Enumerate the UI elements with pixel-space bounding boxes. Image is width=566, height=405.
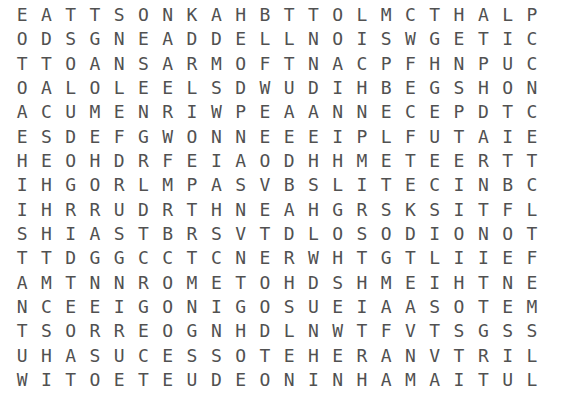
grid-cell[interactable]: A [34, 76, 58, 100]
grid-cell[interactable]: O [156, 295, 180, 319]
grid-cell[interactable]: E [180, 149, 204, 173]
grid-cell[interactable]: G [423, 76, 447, 100]
grid-cell[interactable]: E [131, 76, 155, 100]
grid-cell[interactable]: M [204, 52, 228, 76]
grid-cell[interactable]: N [301, 52, 325, 76]
grid-cell[interactable]: A [471, 3, 495, 27]
grid-cell[interactable]: T [374, 173, 398, 197]
grid-cell[interactable]: I [10, 198, 34, 222]
grid-cell[interactable]: G [107, 246, 131, 270]
grid-cell[interactable]: E [374, 149, 398, 173]
grid-cell[interactable]: I [326, 125, 350, 149]
grid-cell[interactable]: A [301, 100, 325, 124]
grid-cell[interactable]: C [34, 295, 58, 319]
grid-cell[interactable]: D [107, 149, 131, 173]
grid-cell[interactable]: D [398, 222, 422, 246]
grid-cell[interactable]: D [204, 27, 228, 51]
grid-cell[interactable]: D [131, 198, 155, 222]
grid-cell[interactable]: I [350, 173, 374, 197]
grid-cell[interactable]: R [350, 198, 374, 222]
grid-cell[interactable]: N [180, 295, 204, 319]
grid-cell[interactable]: I [107, 295, 131, 319]
grid-cell[interactable]: D [277, 222, 301, 246]
grid-cell[interactable]: H [447, 3, 471, 27]
grid-cell[interactable]: R [59, 198, 83, 222]
grid-cell[interactable]: W [204, 100, 228, 124]
grid-cell[interactable]: L [59, 76, 83, 100]
grid-cell[interactable]: K [398, 198, 422, 222]
grid-cell[interactable]: O [83, 368, 107, 392]
grid-cell[interactable]: S [423, 198, 447, 222]
grid-cell[interactable]: A [83, 52, 107, 76]
grid-cell[interactable]: I [10, 173, 34, 197]
grid-cell[interactable]: N [107, 270, 131, 294]
grid-cell[interactable]: T [423, 319, 447, 343]
grid-cell[interactable]: E [83, 125, 107, 149]
grid-cell[interactable]: E [107, 368, 131, 392]
grid-cell[interactable]: R [131, 270, 155, 294]
grid-cell[interactable]: T [253, 343, 277, 367]
grid-cell[interactable]: E [495, 246, 519, 270]
grid-cell[interactable]: A [228, 149, 252, 173]
grid-cell[interactable]: A [423, 368, 447, 392]
grid-cell[interactable]: K [180, 3, 204, 27]
grid-cell[interactable]: R [180, 222, 204, 246]
grid-cell[interactable]: S [204, 222, 228, 246]
grid-cell[interactable]: B [374, 76, 398, 100]
grid-cell[interactable]: P [471, 52, 495, 76]
grid-cell[interactable]: L [107, 76, 131, 100]
grid-cell[interactable]: S [34, 319, 58, 343]
grid-cell[interactable]: W [326, 319, 350, 343]
grid-cell[interactable]: H [228, 319, 252, 343]
grid-cell[interactable]: F [374, 319, 398, 343]
grid-cell[interactable]: T [180, 246, 204, 270]
grid-cell[interactable]: R [107, 173, 131, 197]
grid-cell[interactable]: E [520, 125, 544, 149]
grid-cell[interactable]: U [495, 368, 519, 392]
grid-cell[interactable]: R [471, 343, 495, 367]
grid-cell[interactable]: H [34, 222, 58, 246]
grid-cell[interactable]: C [398, 3, 422, 27]
grid-cell[interactable]: E [520, 270, 544, 294]
grid-cell[interactable]: L [301, 222, 325, 246]
grid-cell[interactable]: N [301, 27, 325, 51]
grid-cell[interactable]: U [495, 52, 519, 76]
grid-cell[interactable]: O [253, 295, 277, 319]
grid-cell[interactable]: L [277, 319, 301, 343]
grid-cell[interactable]: R [471, 149, 495, 173]
grid-cell[interactable]: S [277, 295, 301, 319]
grid-cell[interactable]: R [350, 343, 374, 367]
grid-cell[interactable]: C [398, 100, 422, 124]
grid-cell[interactable]: E [253, 198, 277, 222]
grid-cell[interactable]: G [374, 246, 398, 270]
grid-cell[interactable]: T [471, 198, 495, 222]
grid-cell[interactable]: I [423, 270, 447, 294]
grid-cell[interactable]: S [107, 222, 131, 246]
grid-cell[interactable]: E [253, 100, 277, 124]
grid-cell[interactable]: N [350, 100, 374, 124]
grid-cell[interactable]: R [156, 100, 180, 124]
grid-cell[interactable]: R [131, 149, 155, 173]
grid-cell[interactable]: U [107, 198, 131, 222]
grid-cell[interactable]: W [156, 125, 180, 149]
grid-cell[interactable]: R [83, 319, 107, 343]
grid-cell[interactable]: A [204, 173, 228, 197]
grid-cell[interactable]: C [131, 343, 155, 367]
grid-cell[interactable]: S [374, 27, 398, 51]
grid-cell[interactable]: A [374, 368, 398, 392]
grid-cell[interactable]: O [59, 319, 83, 343]
grid-cell[interactable]: A [34, 3, 58, 27]
grid-cell[interactable]: I [447, 368, 471, 392]
grid-cell[interactable]: N [10, 295, 34, 319]
grid-cell[interactable]: F [107, 125, 131, 149]
grid-cell[interactable]: G [326, 198, 350, 222]
grid-cell[interactable]: H [350, 270, 374, 294]
grid-cell[interactable]: M [520, 295, 544, 319]
grid-cell[interactable]: E [277, 125, 301, 149]
grid-cell[interactable]: H [34, 198, 58, 222]
grid-cell[interactable]: O [447, 222, 471, 246]
grid-cell[interactable]: V [253, 173, 277, 197]
grid-cell[interactable]: E [374, 100, 398, 124]
grid-cell[interactable]: A [374, 343, 398, 367]
grid-cell[interactable]: H [301, 198, 325, 222]
grid-cell[interactable]: E [131, 319, 155, 343]
grid-cell[interactable]: I [180, 100, 204, 124]
grid-cell[interactable]: U [107, 343, 131, 367]
grid-cell[interactable]: S [228, 173, 252, 197]
grid-cell[interactable]: O [253, 149, 277, 173]
grid-cell[interactable]: M [83, 100, 107, 124]
grid-cell[interactable]: L [350, 3, 374, 27]
grid-cell[interactable]: V [398, 319, 422, 343]
grid-cell[interactable]: E [301, 125, 325, 149]
grid-cell[interactable]: S [204, 343, 228, 367]
grid-cell[interactable]: S [131, 52, 155, 76]
grid-cell[interactable]: O [156, 270, 180, 294]
grid-cell[interactable]: A [277, 198, 301, 222]
grid-cell[interactable]: A [59, 343, 83, 367]
grid-cell[interactable]: T [398, 246, 422, 270]
grid-cell[interactable]: N [204, 125, 228, 149]
grid-cell[interactable]: T [520, 149, 544, 173]
grid-cell[interactable]: D [301, 76, 325, 100]
grid-cell[interactable]: O [228, 343, 252, 367]
grid-cell[interactable]: C [350, 52, 374, 76]
grid-cell[interactable]: T [520, 222, 544, 246]
grid-cell[interactable]: I [301, 368, 325, 392]
grid-cell[interactable]: O [374, 222, 398, 246]
grid-cell[interactable]: C [423, 173, 447, 197]
grid-cell[interactable]: R [83, 198, 107, 222]
grid-cell[interactable]: O [156, 319, 180, 343]
grid-cell[interactable]: A [277, 100, 301, 124]
grid-cell[interactable]: S [495, 319, 519, 343]
grid-cell[interactable]: T [301, 3, 325, 27]
grid-cell[interactable]: T [495, 149, 519, 173]
grid-cell[interactable]: H [326, 149, 350, 173]
grid-cell[interactable]: E [156, 76, 180, 100]
grid-cell[interactable]: W [301, 246, 325, 270]
grid-cell[interactable]: U [301, 295, 325, 319]
grid-cell[interactable]: E [10, 3, 34, 27]
grid-cell[interactable]: W [253, 76, 277, 100]
grid-cell[interactable]: O [83, 173, 107, 197]
grid-cell[interactable]: I [447, 173, 471, 197]
grid-cell[interactable]: E [423, 100, 447, 124]
grid-cell[interactable]: I [495, 27, 519, 51]
grid-cell[interactable]: U [10, 343, 34, 367]
grid-cell[interactable]: D [253, 319, 277, 343]
grid-cell[interactable]: H [204, 198, 228, 222]
grid-cell[interactable]: O [228, 52, 252, 76]
grid-cell[interactable]: N [83, 270, 107, 294]
grid-cell[interactable]: U [59, 100, 83, 124]
word-search-grid[interactable]: EATTSONKAHBTTOLMCTHALPODSGNEADDELLNOISWG… [10, 3, 544, 392]
grid-cell[interactable]: N [398, 343, 422, 367]
grid-cell[interactable]: I [204, 149, 228, 173]
grid-cell[interactable]: N [228, 198, 252, 222]
grid-cell[interactable]: H [277, 270, 301, 294]
grid-cell[interactable]: O [495, 222, 519, 246]
grid-cell[interactable]: D [301, 270, 325, 294]
grid-cell[interactable]: P [374, 52, 398, 76]
grid-cell[interactable]: P [180, 173, 204, 197]
grid-cell[interactable]: G [83, 27, 107, 51]
grid-cell[interactable]: F [398, 125, 422, 149]
grid-cell[interactable]: T [34, 52, 58, 76]
grid-cell[interactable]: T [471, 368, 495, 392]
grid-cell[interactable]: L [180, 76, 204, 100]
grid-cell[interactable]: F [253, 52, 277, 76]
grid-cell[interactable]: P [350, 125, 374, 149]
grid-cell[interactable]: L [520, 368, 544, 392]
grid-cell[interactable]: H [83, 149, 107, 173]
grid-cell[interactable]: M [350, 149, 374, 173]
grid-cell[interactable]: C [520, 173, 544, 197]
grid-cell[interactable]: A [83, 222, 107, 246]
grid-cell[interactable]: T [131, 222, 155, 246]
grid-cell[interactable]: I [471, 246, 495, 270]
grid-cell[interactable]: H [350, 368, 374, 392]
grid-cell[interactable]: N [204, 319, 228, 343]
grid-cell[interactable]: L [423, 246, 447, 270]
grid-cell[interactable]: T [471, 295, 495, 319]
grid-cell[interactable]: S [204, 76, 228, 100]
grid-cell[interactable]: M [374, 3, 398, 27]
grid-cell[interactable]: O [131, 3, 155, 27]
grid-cell[interactable]: H [301, 149, 325, 173]
grid-cell[interactable]: T [398, 149, 422, 173]
grid-cell[interactable]: A [10, 100, 34, 124]
grid-cell[interactable]: S [350, 222, 374, 246]
grid-cell[interactable]: T [34, 246, 58, 270]
grid-cell[interactable]: E [228, 368, 252, 392]
grid-cell[interactable]: D [59, 246, 83, 270]
grid-cell[interactable]: E [156, 343, 180, 367]
grid-cell[interactable]: T [180, 198, 204, 222]
grid-cell[interactable]: G [228, 295, 252, 319]
grid-cell[interactable]: E [398, 173, 422, 197]
grid-cell[interactable]: W [10, 368, 34, 392]
grid-cell[interactable]: S [447, 319, 471, 343]
grid-cell[interactable]: O [253, 270, 277, 294]
grid-cell[interactable]: E [10, 125, 34, 149]
grid-cell[interactable]: P [447, 100, 471, 124]
grid-cell[interactable]: O [447, 295, 471, 319]
grid-cell[interactable]: F [156, 149, 180, 173]
grid-cell[interactable]: A [10, 270, 34, 294]
grid-cell[interactable]: N [301, 319, 325, 343]
grid-cell[interactable]: O [83, 76, 107, 100]
grid-cell[interactable]: N [156, 3, 180, 27]
grid-cell[interactable]: G [59, 173, 83, 197]
grid-cell[interactable]: N [277, 368, 301, 392]
grid-cell[interactable]: U [277, 76, 301, 100]
grid-cell[interactable]: T [471, 270, 495, 294]
grid-cell[interactable]: S [59, 27, 83, 51]
grid-cell[interactable]: W [398, 27, 422, 51]
grid-cell[interactable]: F [495, 198, 519, 222]
grid-cell[interactable]: V [423, 343, 447, 367]
grid-cell[interactable]: H [350, 76, 374, 100]
grid-cell[interactable]: O [326, 222, 350, 246]
grid-cell[interactable]: A [156, 27, 180, 51]
grid-cell[interactable]: G [131, 125, 155, 149]
grid-cell[interactable]: T [253, 222, 277, 246]
grid-cell[interactable]: N [228, 125, 252, 149]
grid-cell[interactable]: F [520, 246, 544, 270]
grid-cell[interactable]: B [495, 173, 519, 197]
grid-cell[interactable]: O [10, 27, 34, 51]
grid-cell[interactable]: T [447, 343, 471, 367]
grid-cell[interactable]: S [374, 198, 398, 222]
grid-cell[interactable]: F [398, 52, 422, 76]
grid-cell[interactable]: D [471, 100, 495, 124]
grid-cell[interactable]: P [228, 100, 252, 124]
grid-cell[interactable]: B [253, 3, 277, 27]
grid-cell[interactable]: S [180, 343, 204, 367]
grid-cell[interactable]: M [374, 270, 398, 294]
grid-cell[interactable]: O [495, 76, 519, 100]
grid-cell[interactable]: N [131, 100, 155, 124]
grid-cell[interactable]: E [447, 149, 471, 173]
grid-cell[interactable]: E [131, 27, 155, 51]
grid-cell[interactable]: N [520, 76, 544, 100]
grid-cell[interactable]: I [350, 27, 374, 51]
grid-cell[interactable]: S [107, 3, 131, 27]
grid-cell[interactable]: H [326, 246, 350, 270]
grid-cell[interactable]: C [520, 52, 544, 76]
grid-cell[interactable]: L [277, 27, 301, 51]
grid-cell[interactable]: G [471, 319, 495, 343]
grid-cell[interactable]: O [59, 149, 83, 173]
grid-cell[interactable]: U [180, 368, 204, 392]
grid-cell[interactable]: D [228, 76, 252, 100]
grid-cell[interactable]: N [495, 270, 519, 294]
grid-cell[interactable]: A [398, 295, 422, 319]
grid-cell[interactable]: G [83, 246, 107, 270]
grid-cell[interactable]: L [131, 173, 155, 197]
grid-cell[interactable]: S [326, 270, 350, 294]
grid-cell[interactable]: I [423, 222, 447, 246]
grid-cell[interactable]: S [423, 295, 447, 319]
grid-cell[interactable]: C [204, 246, 228, 270]
grid-cell[interactable]: M [34, 270, 58, 294]
grid-cell[interactable]: E [59, 295, 83, 319]
grid-cell[interactable]: T [10, 246, 34, 270]
grid-cell[interactable]: O [253, 368, 277, 392]
grid-cell[interactable]: L [520, 198, 544, 222]
grid-cell[interactable]: A [374, 295, 398, 319]
grid-cell[interactable]: C [34, 100, 58, 124]
grid-cell[interactable]: A [204, 3, 228, 27]
grid-cell[interactable]: I [447, 198, 471, 222]
grid-cell[interactable]: O [326, 3, 350, 27]
grid-cell[interactable]: S [447, 76, 471, 100]
grid-cell[interactable]: H [423, 52, 447, 76]
grid-cell[interactable]: S [83, 343, 107, 367]
grid-cell[interactable]: O [59, 52, 83, 76]
grid-cell[interactable]: N [326, 100, 350, 124]
grid-cell[interactable]: H [10, 149, 34, 173]
grid-cell[interactable]: T [59, 368, 83, 392]
grid-cell[interactable]: I [495, 125, 519, 149]
grid-cell[interactable]: A [471, 125, 495, 149]
grid-cell[interactable]: H [34, 343, 58, 367]
grid-cell[interactable]: T [59, 270, 83, 294]
grid-cell[interactable]: E [253, 246, 277, 270]
grid-cell[interactable]: R [277, 246, 301, 270]
grid-cell[interactable]: H [301, 343, 325, 367]
grid-cell[interactable]: E [204, 270, 228, 294]
grid-cell[interactable]: E [253, 125, 277, 149]
grid-cell[interactable]: T [350, 246, 374, 270]
grid-cell[interactable]: E [83, 295, 107, 319]
grid-cell[interactable]: H [447, 270, 471, 294]
grid-cell[interactable]: E [398, 76, 422, 100]
grid-cell[interactable]: H [228, 3, 252, 27]
grid-cell[interactable]: E [34, 149, 58, 173]
grid-cell[interactable]: E [495, 295, 519, 319]
grid-cell[interactable]: R [107, 319, 131, 343]
grid-cell[interactable]: S [301, 173, 325, 197]
grid-cell[interactable]: L [520, 343, 544, 367]
grid-cell[interactable]: L [374, 125, 398, 149]
grid-cell[interactable]: T [10, 319, 34, 343]
grid-cell[interactable]: O [10, 76, 34, 100]
grid-cell[interactable]: H [34, 173, 58, 197]
grid-cell[interactable]: T [59, 3, 83, 27]
grid-cell[interactable]: I [34, 368, 58, 392]
grid-cell[interactable]: T [495, 100, 519, 124]
grid-cell[interactable]: M [180, 270, 204, 294]
grid-cell[interactable]: N [471, 222, 495, 246]
grid-cell[interactable]: E [277, 343, 301, 367]
grid-cell[interactable]: N [326, 368, 350, 392]
grid-cell[interactable]: T [277, 3, 301, 27]
grid-cell[interactable]: E [398, 270, 422, 294]
grid-cell[interactable]: I [204, 295, 228, 319]
grid-cell[interactable]: C [131, 246, 155, 270]
grid-cell[interactable]: T [131, 368, 155, 392]
grid-cell[interactable]: D [204, 368, 228, 392]
grid-cell[interactable]: C [156, 246, 180, 270]
grid-cell[interactable]: P [520, 3, 544, 27]
